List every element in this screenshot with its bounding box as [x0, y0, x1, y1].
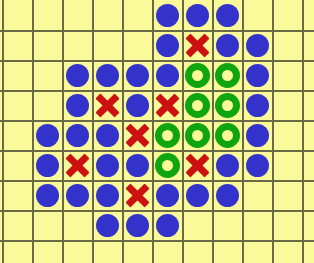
board-cell[interactable] [62, 210, 92, 240]
blue-disc-piece[interactable] [96, 184, 119, 207]
game-board [0, 0, 314, 263]
board-cell[interactable] [2, 0, 32, 30]
blue-disc-piece[interactable] [186, 4, 209, 27]
board-cell[interactable] [212, 150, 242, 180]
board-cell[interactable] [182, 180, 212, 210]
board-cell[interactable] [32, 150, 62, 180]
board-cell[interactable] [242, 90, 272, 120]
board-cell[interactable] [2, 240, 32, 263]
board-cell[interactable] [182, 210, 212, 240]
blue-disc-piece[interactable] [246, 94, 269, 117]
board-cell[interactable] [32, 60, 62, 90]
board-cell[interactable] [242, 210, 272, 240]
board-cell[interactable] [182, 240, 212, 263]
board-cell[interactable] [92, 90, 122, 120]
board-cell[interactable] [272, 180, 302, 210]
board-cell[interactable] [62, 150, 92, 180]
red-cross-piece[interactable] [125, 123, 150, 148]
blue-disc-piece[interactable] [36, 124, 59, 147]
board-cell[interactable] [92, 120, 122, 150]
board-cell[interactable] [212, 120, 242, 150]
blue-disc-piece[interactable] [126, 154, 149, 177]
board-cell[interactable] [242, 30, 272, 60]
board-cell[interactable] [122, 180, 152, 210]
blue-disc-piece[interactable] [36, 154, 59, 177]
board-cell[interactable] [242, 120, 272, 150]
blue-disc-piece[interactable] [156, 34, 179, 57]
blue-disc-piece[interactable] [126, 94, 149, 117]
red-cross-piece[interactable] [125, 183, 150, 208]
board-cell[interactable] [212, 180, 242, 210]
red-cross-piece[interactable] [65, 153, 90, 178]
board-cell[interactable] [242, 0, 272, 30]
board-cell[interactable] [212, 210, 242, 240]
green-ring-piece[interactable] [215, 93, 240, 118]
board-cell[interactable] [182, 150, 212, 180]
board-cell[interactable] [152, 0, 182, 30]
board-cell[interactable] [2, 180, 32, 210]
green-ring-piece[interactable] [155, 153, 180, 178]
board-cell[interactable] [212, 90, 242, 120]
blue-disc-piece[interactable] [216, 154, 239, 177]
blue-disc-piece[interactable] [156, 214, 179, 237]
board-cell[interactable] [302, 150, 314, 180]
blue-disc-piece[interactable] [246, 154, 269, 177]
board-cell[interactable] [182, 30, 212, 60]
board-cell[interactable] [62, 0, 92, 30]
blue-disc-piece[interactable] [36, 184, 59, 207]
board-cell[interactable] [62, 60, 92, 90]
board-cell[interactable] [182, 0, 212, 30]
blue-disc-piece[interactable] [126, 64, 149, 87]
blue-disc-piece[interactable] [246, 34, 269, 57]
board-cell[interactable] [122, 30, 152, 60]
green-ring-piece[interactable] [185, 123, 210, 148]
board-cell[interactable] [242, 240, 272, 263]
board-cell[interactable] [152, 120, 182, 150]
board-cell[interactable] [212, 30, 242, 60]
board-cell[interactable] [272, 210, 302, 240]
blue-disc-piece[interactable] [216, 4, 239, 27]
board-cell[interactable] [152, 180, 182, 210]
board-cell[interactable] [272, 60, 302, 90]
green-ring-piece[interactable] [215, 123, 240, 148]
blue-disc-piece[interactable] [66, 64, 89, 87]
board-cell[interactable] [2, 210, 32, 240]
red-cross-piece[interactable] [95, 93, 120, 118]
board-cell[interactable] [152, 210, 182, 240]
board-cell[interactable] [302, 0, 314, 30]
board-cell[interactable] [302, 90, 314, 120]
blue-disc-piece[interactable] [216, 184, 239, 207]
board-cell[interactable] [32, 0, 62, 30]
red-cross-piece[interactable] [185, 153, 210, 178]
board-cell[interactable] [92, 0, 122, 30]
red-cross-piece[interactable] [185, 33, 210, 58]
board-cell[interactable] [302, 240, 314, 263]
board-cell[interactable] [302, 180, 314, 210]
board-cell[interactable] [32, 210, 62, 240]
board-cell[interactable] [212, 60, 242, 90]
blue-disc-piece[interactable] [246, 124, 269, 147]
board-cell[interactable] [152, 30, 182, 60]
blue-disc-piece[interactable] [186, 184, 209, 207]
board-cell[interactable] [302, 120, 314, 150]
board-cell[interactable] [32, 120, 62, 150]
board-cell[interactable] [62, 240, 92, 263]
board-cell[interactable] [122, 60, 152, 90]
board-cell[interactable] [32, 180, 62, 210]
board-cell[interactable] [242, 150, 272, 180]
board-cell[interactable] [92, 210, 122, 240]
board-cell[interactable] [122, 150, 152, 180]
board-cell[interactable] [92, 60, 122, 90]
board-cell[interactable] [182, 120, 212, 150]
board-cell[interactable] [92, 30, 122, 60]
blue-disc-piece[interactable] [156, 184, 179, 207]
board-cell[interactable] [242, 60, 272, 90]
board-cell[interactable] [272, 0, 302, 30]
board-cell[interactable] [272, 240, 302, 263]
board-cell[interactable] [32, 240, 62, 263]
board-cell[interactable] [122, 0, 152, 30]
board-cell[interactable] [2, 150, 32, 180]
board-cell[interactable] [122, 240, 152, 263]
board-cell[interactable] [92, 240, 122, 263]
board-cell[interactable] [2, 90, 32, 120]
blue-disc-piece[interactable] [66, 94, 89, 117]
blue-disc-piece[interactable] [96, 124, 119, 147]
board-cell[interactable] [92, 150, 122, 180]
board-cell[interactable] [272, 120, 302, 150]
blue-disc-piece[interactable] [66, 124, 89, 147]
blue-disc-piece[interactable] [96, 64, 119, 87]
board-cell[interactable] [152, 150, 182, 180]
board-cell[interactable] [272, 150, 302, 180]
green-ring-piece[interactable] [155, 123, 180, 148]
board-cell[interactable] [152, 90, 182, 120]
board-cell[interactable] [2, 30, 32, 60]
board-cell[interactable] [122, 120, 152, 150]
red-cross-piece[interactable] [155, 93, 180, 118]
board-cell[interactable] [62, 120, 92, 150]
board-cell[interactable] [272, 30, 302, 60]
blue-disc-piece[interactable] [126, 214, 149, 237]
board-cell[interactable] [212, 240, 242, 263]
blue-disc-piece[interactable] [96, 214, 119, 237]
blue-disc-piece[interactable] [96, 154, 119, 177]
board-cell[interactable] [302, 210, 314, 240]
green-ring-piece[interactable] [185, 93, 210, 118]
board-cell[interactable] [212, 0, 242, 30]
board-cell[interactable] [32, 30, 62, 60]
board-cell[interactable] [92, 180, 122, 210]
blue-disc-piece[interactable] [66, 184, 89, 207]
blue-disc-piece[interactable] [156, 4, 179, 27]
board-cell[interactable] [152, 60, 182, 90]
board-cell[interactable] [302, 30, 314, 60]
board-cell[interactable] [32, 90, 62, 120]
board-cell[interactable] [302, 60, 314, 90]
board-cell[interactable] [62, 90, 92, 120]
board-cell[interactable] [2, 60, 32, 90]
board-cell[interactable] [182, 60, 212, 90]
blue-disc-piece[interactable] [216, 34, 239, 57]
board-cell[interactable] [152, 240, 182, 263]
board-cell[interactable] [62, 180, 92, 210]
board-cell[interactable] [122, 90, 152, 120]
board-cell[interactable] [182, 90, 212, 120]
board-cell[interactable] [272, 90, 302, 120]
green-ring-piece[interactable] [215, 63, 240, 88]
board-cell[interactable] [242, 180, 272, 210]
green-ring-piece[interactable] [185, 63, 210, 88]
board-cell[interactable] [122, 210, 152, 240]
board-cell[interactable] [62, 30, 92, 60]
blue-disc-piece[interactable] [156, 64, 179, 87]
board-cell[interactable] [2, 120, 32, 150]
blue-disc-piece[interactable] [246, 64, 269, 87]
